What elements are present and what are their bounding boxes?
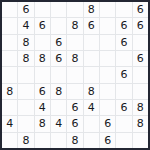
cell-r3c2[interactable]: 8: [18, 35, 33, 50]
cell-r3c4[interactable]: 6: [51, 35, 66, 50]
cell-r2c4[interactable]: [51, 18, 66, 33]
cell-r4c2[interactable]: 8: [18, 51, 33, 66]
cell-r9c4[interactable]: [51, 133, 66, 148]
cell-r3c9[interactable]: [133, 35, 148, 50]
cell-r6c8[interactable]: [116, 84, 131, 99]
cell-r7c4[interactable]: [51, 100, 66, 115]
cell-r6c7[interactable]: [100, 84, 115, 99]
cell-r5c3[interactable]: [35, 67, 50, 82]
cell-r1c7[interactable]: [100, 2, 115, 17]
cell-r5c4[interactable]: [51, 67, 66, 82]
cell-r2c9[interactable]: 6: [133, 18, 148, 33]
cell-r5c7[interactable]: [100, 67, 115, 82]
cell-r1c3[interactable]: [35, 2, 50, 17]
sudoku-board: 686468666866886866868846468484668886: [0, 0, 150, 150]
cell-r1c4[interactable]: [51, 2, 66, 17]
cell-r3c3[interactable]: [35, 35, 50, 50]
cell-r3c6[interactable]: [84, 35, 99, 50]
cell-r9c7[interactable]: 6: [100, 133, 115, 148]
cell-r8c7[interactable]: 6: [100, 116, 115, 131]
cell-r6c5[interactable]: [67, 84, 82, 99]
cell-r9c3[interactable]: [35, 133, 50, 148]
cell-r8c5[interactable]: 6: [67, 116, 82, 131]
cell-r6c4[interactable]: 8: [51, 84, 66, 99]
cell-r9c5[interactable]: 8: [67, 133, 82, 148]
cell-r1c6[interactable]: 8: [84, 2, 99, 17]
cell-r4c7[interactable]: [100, 51, 115, 66]
cell-r2c8[interactable]: 6: [116, 18, 131, 33]
cell-r9c6[interactable]: [84, 133, 99, 148]
cell-r8c1[interactable]: 4: [2, 116, 17, 131]
cell-r4c4[interactable]: 6: [51, 51, 66, 66]
cell-r2c7[interactable]: [100, 18, 115, 33]
cell-r5c1[interactable]: [2, 67, 17, 82]
cell-r9c1[interactable]: [2, 133, 17, 148]
cell-r1c8[interactable]: [116, 2, 131, 17]
cell-r3c7[interactable]: [100, 35, 115, 50]
cell-r1c5[interactable]: [67, 2, 82, 17]
cell-r6c3[interactable]: 6: [35, 84, 50, 99]
cell-r1c1[interactable]: [2, 2, 17, 17]
cell-r7c3[interactable]: 4: [35, 100, 50, 115]
cell-r9c2[interactable]: 8: [18, 133, 33, 148]
cell-r1c9[interactable]: 6: [133, 2, 148, 17]
cell-r5c2[interactable]: [18, 67, 33, 82]
cell-r4c8[interactable]: [116, 51, 131, 66]
cell-r9c9[interactable]: [133, 133, 148, 148]
cell-r4c1[interactable]: [2, 51, 17, 66]
cell-r2c1[interactable]: [2, 18, 17, 33]
cell-r3c5[interactable]: [67, 35, 82, 50]
cell-r8c4[interactable]: 4: [51, 116, 66, 131]
cell-r9c8[interactable]: [116, 133, 131, 148]
cell-r3c1[interactable]: [2, 35, 17, 50]
cell-r8c9[interactable]: 8: [133, 116, 148, 131]
cell-r2c5[interactable]: 8: [67, 18, 82, 33]
cell-r2c3[interactable]: 6: [35, 18, 50, 33]
cell-r6c2[interactable]: [18, 84, 33, 99]
cell-r7c7[interactable]: [100, 100, 115, 115]
cell-r4c9[interactable]: 6: [133, 51, 148, 66]
cell-r2c6[interactable]: 6: [84, 18, 99, 33]
cell-r5c8[interactable]: 6: [116, 67, 131, 82]
cell-r6c6[interactable]: 8: [84, 84, 99, 99]
cell-r6c9[interactable]: [133, 84, 148, 99]
cell-r8c6[interactable]: [84, 116, 99, 131]
cell-r3c8[interactable]: 6: [116, 35, 131, 50]
cell-r5c5[interactable]: [67, 67, 82, 82]
cell-r7c6[interactable]: 4: [84, 100, 99, 115]
cell-r5c6[interactable]: [84, 67, 99, 82]
cell-r4c6[interactable]: [84, 51, 99, 66]
cell-r7c9[interactable]: 8: [133, 100, 148, 115]
cell-r8c3[interactable]: 8: [35, 116, 50, 131]
cell-r4c5[interactable]: 8: [67, 51, 82, 66]
cell-r2c2[interactable]: 4: [18, 18, 33, 33]
cell-r7c1[interactable]: [2, 100, 17, 115]
cell-r7c2[interactable]: [18, 100, 33, 115]
cell-r7c8[interactable]: 6: [116, 100, 131, 115]
cell-r4c3[interactable]: 8: [35, 51, 50, 66]
cell-r8c2[interactable]: [18, 116, 33, 131]
cell-r1c2[interactable]: 6: [18, 2, 33, 17]
cell-r8c8[interactable]: [116, 116, 131, 131]
cell-r7c5[interactable]: 6: [67, 100, 82, 115]
cell-r5c9[interactable]: [133, 67, 148, 82]
cell-r6c1[interactable]: 8: [2, 84, 17, 99]
